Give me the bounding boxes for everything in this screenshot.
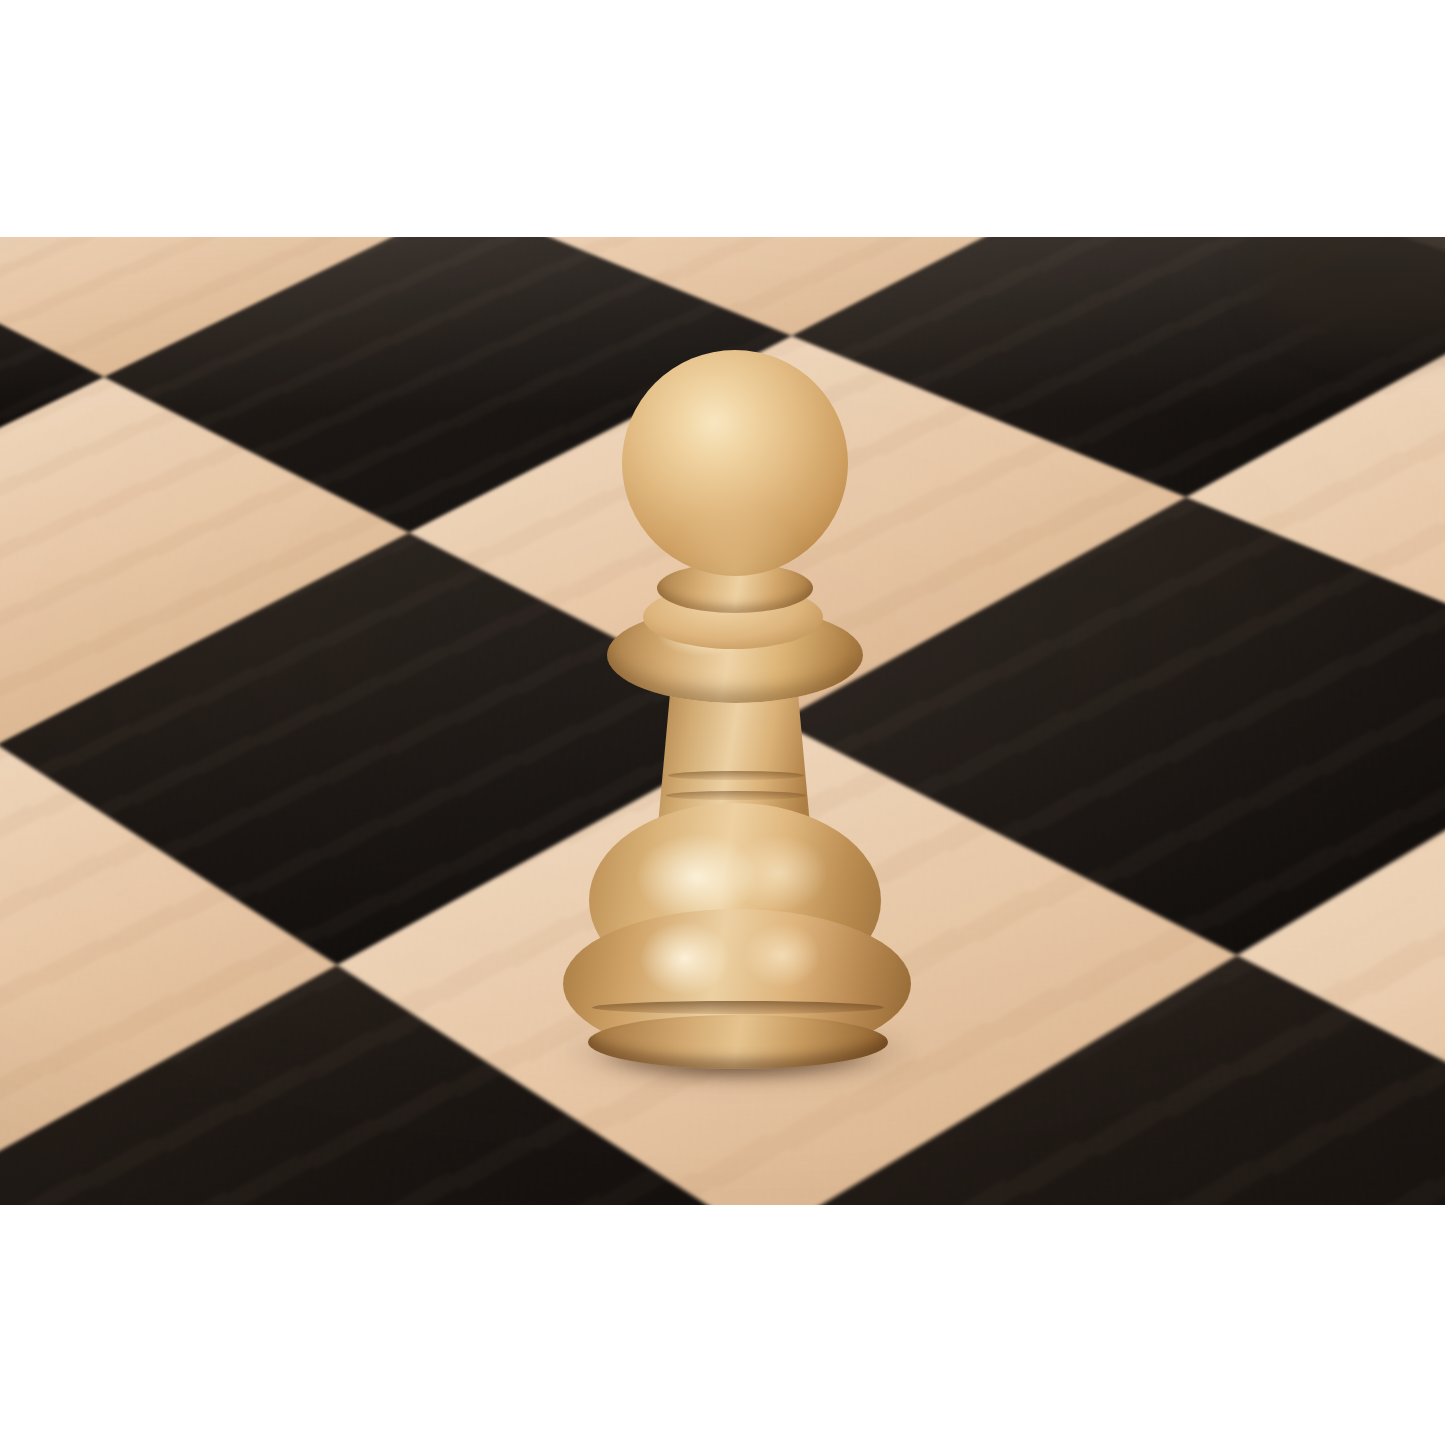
- board-photo: [0, 237, 1445, 1205]
- pawn-base-groove: [592, 1001, 884, 1014]
- white-pawn: [0, 237, 1445, 1205]
- pawn-foot-rim: [588, 1015, 888, 1069]
- pawn-stem-groove: [668, 771, 804, 780]
- pawn-stem-groove: [666, 791, 806, 800]
- photo-page: [0, 0, 1445, 1445]
- top-margin: [0, 0, 1445, 237]
- bottom-margin: [0, 1205, 1445, 1445]
- pawn-head: [622, 350, 848, 576]
